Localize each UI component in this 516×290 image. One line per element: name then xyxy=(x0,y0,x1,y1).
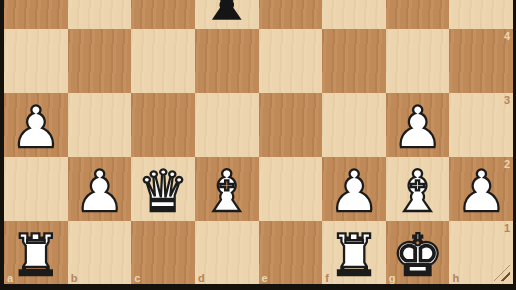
rank-label-3: 3 xyxy=(504,94,510,106)
square-c3[interactable] xyxy=(131,93,195,157)
square-a4[interactable] xyxy=(4,29,68,93)
square-f4[interactable] xyxy=(322,29,386,93)
square-c5[interactable] xyxy=(131,0,195,29)
square-g3[interactable]: ♟︎ xyxy=(386,93,450,157)
square-b4[interactable] xyxy=(68,29,132,93)
board-edge-bottom xyxy=(0,284,516,290)
piece-white-pawn-a3[interactable]: ♟︎ xyxy=(10,99,61,156)
piece-white-rook-a1[interactable]: ♜︎ xyxy=(10,227,61,284)
square-b2[interactable]: ♟︎ xyxy=(68,157,132,221)
piece-white-pawn-g3[interactable]: ♟︎ xyxy=(392,99,443,156)
square-b5[interactable] xyxy=(68,0,132,29)
square-c4[interactable] xyxy=(131,29,195,93)
piece-black-bishop-d5[interactable]: ♝︎ xyxy=(201,0,252,28)
square-b1[interactable]: b xyxy=(68,221,132,285)
file-label-h: h xyxy=(452,272,459,284)
board-edge-left xyxy=(0,0,4,290)
piece-white-pawn-f2[interactable]: ♟︎ xyxy=(328,163,379,220)
square-a5[interactable] xyxy=(4,0,68,29)
rank-label-4: 4 xyxy=(504,30,510,42)
square-g5[interactable] xyxy=(386,0,450,29)
piece-white-pawn-h2[interactable]: ♟︎ xyxy=(456,163,507,220)
square-d2[interactable]: ♝︎ xyxy=(195,157,259,221)
piece-white-queen-c2[interactable]: ♛︎ xyxy=(138,163,189,220)
file-label-e: e xyxy=(262,272,268,284)
square-a1[interactable]: a♜︎ xyxy=(4,221,68,285)
chess-board: ♝︎4♟︎♟︎3♟︎♛︎♝︎♟︎♝︎2♟︎a♜︎bcdef♜︎g♚︎h1 xyxy=(4,0,513,285)
square-d3[interactable] xyxy=(195,93,259,157)
square-h2[interactable]: 2♟︎ xyxy=(449,157,513,221)
piece-white-bishop-g2[interactable]: ♝︎ xyxy=(392,163,443,220)
square-c1[interactable]: c xyxy=(131,221,195,285)
square-h5[interactable] xyxy=(449,0,513,29)
square-h4[interactable]: 4 xyxy=(449,29,513,93)
square-g4[interactable] xyxy=(386,29,450,93)
file-label-b: b xyxy=(71,272,78,284)
square-d1[interactable]: d xyxy=(195,221,259,285)
square-d5[interactable]: ♝︎ xyxy=(195,0,259,29)
square-g1[interactable]: g♚︎ xyxy=(386,221,450,285)
square-a3[interactable]: ♟︎ xyxy=(4,93,68,157)
piece-white-bishop-d2[interactable]: ♝︎ xyxy=(201,163,252,220)
square-e4[interactable] xyxy=(259,29,323,93)
chess-board-viewport: ♝︎4♟︎♟︎3♟︎♛︎♝︎♟︎♝︎2♟︎a♜︎bcdef♜︎g♚︎h1 xyxy=(0,0,516,290)
square-a2[interactable] xyxy=(4,157,68,221)
file-label-c: c xyxy=(134,272,140,284)
file-label-d: d xyxy=(198,272,205,284)
square-f3[interactable] xyxy=(322,93,386,157)
piece-white-pawn-b2[interactable]: ♟︎ xyxy=(74,163,125,220)
square-e5[interactable] xyxy=(259,0,323,29)
square-f5[interactable] xyxy=(322,0,386,29)
square-f2[interactable]: ♟︎ xyxy=(322,157,386,221)
square-f1[interactable]: f♜︎ xyxy=(322,221,386,285)
piece-white-rook-f1[interactable]: ♜︎ xyxy=(328,227,379,284)
square-e2[interactable] xyxy=(259,157,323,221)
square-e3[interactable] xyxy=(259,93,323,157)
square-h3[interactable]: 3 xyxy=(449,93,513,157)
square-d4[interactable] xyxy=(195,29,259,93)
square-c2[interactable]: ♛︎ xyxy=(131,157,195,221)
square-b3[interactable] xyxy=(68,93,132,157)
square-e1[interactable]: e xyxy=(259,221,323,285)
square-g2[interactable]: ♝︎ xyxy=(386,157,450,221)
rank-label-1: 1 xyxy=(504,222,510,234)
piece-white-king-g1[interactable]: ♚︎ xyxy=(392,227,443,284)
